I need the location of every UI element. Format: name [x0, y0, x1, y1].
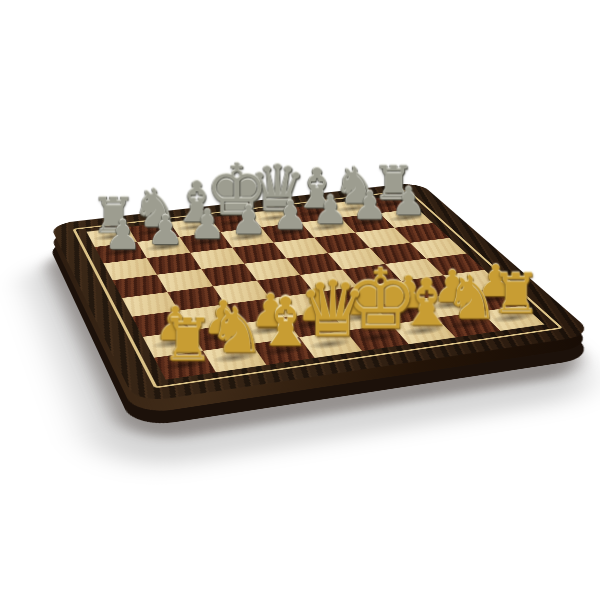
black-pawn-glyph: ♟ — [79, 215, 166, 256]
board-pieces: ♜♞♝♚♛♝♞♜♟♟♟♟♟♟♟♟♟♟♟♟♟♟♟♟♜♞♝♛♚♝♞♜ — [86, 195, 544, 380]
white-rook-glyph: ♜ — [136, 310, 239, 369]
chess-board: ♜♞♝♚♛♝♞♜♟♟♟♟♟♟♟♟♟♟♟♟♟♟♟♟♜♞♝♛♚♝♞♜ — [49, 182, 594, 403]
product-photo-scene: ♜♞♝♚♛♝♞♜♟♟♟♟♟♟♟♟♟♟♟♟♟♟♟♟♜♞♝♛♚♝♞♜ — [0, 0, 600, 600]
scene-3d: ♜♞♝♚♛♝♞♜♟♟♟♟♟♟♟♟♟♟♟♟♟♟♟♟♜♞♝♛♚♝♞♜ — [0, 0, 600, 600]
